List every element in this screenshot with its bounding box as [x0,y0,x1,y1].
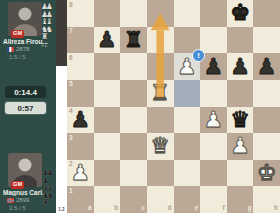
square-e2[interactable] [174,160,201,187]
square-d5[interactable]: ♜ [147,80,174,107]
file-label-c: c [141,205,145,212]
square-c4[interactable] [120,107,147,134]
square-f2[interactable] [200,160,227,187]
chess-board: 8♚7♟♜6♟♟♟♟5♜4♟♟♛3♛♟2♟♚1abcdefgh [67,0,280,213]
square-g5[interactable] [227,80,254,107]
square-d1[interactable]: d [147,186,174,213]
square-f8[interactable] [200,0,227,27]
square-f1[interactable]: f [200,186,227,213]
black-pawn[interactable]: ♟ [230,56,250,78]
white-pawn[interactable]: ♟ [70,162,90,184]
square-h5[interactable] [253,80,280,107]
square-b4[interactable] [94,107,121,134]
black-rook[interactable]: ♜ [124,29,144,51]
rank-label-8: 8 [69,2,73,9]
square-a5[interactable]: 5 [67,80,94,107]
square-c3[interactable] [120,133,147,160]
square-g6[interactable]: ♟ [227,53,254,80]
square-h2[interactable]: ♚ [253,160,280,187]
white-rook[interactable]: ♜ [150,82,170,104]
chess-app: GM Alireza Firou... 2878 1.5 / 5 ♟♟♟♟♝♝♞… [0,0,280,213]
square-g2[interactable] [227,160,254,187]
bottom-player-clock: 0:57 [5,102,46,114]
top-player-rating: 2878 [16,46,29,52]
file-label-h: h [274,205,278,212]
square-b5[interactable] [94,80,121,107]
white-pawn[interactable]: ♟ [204,109,224,131]
square-a1[interactable]: 1a [67,186,94,213]
material-advantage: +1 [41,42,56,48]
square-c5[interactable] [120,80,147,107]
square-h3[interactable] [253,133,280,160]
players-sidebar: GM Alireza Firou... 2878 1.5 / 5 ♟♟♟♟♝♝♞… [0,0,56,213]
square-e7[interactable] [174,27,201,54]
square-b7[interactable]: ♟ [94,27,121,54]
square-d2[interactable] [147,160,174,187]
square-b1[interactable]: b [94,186,121,213]
square-h6[interactable]: ♟ [253,53,280,80]
square-d6[interactable] [147,53,174,80]
square-f5[interactable] [200,80,227,107]
square-c1[interactable]: c [120,186,147,213]
top-player-match-score: 1.5 / 5 [9,54,26,60]
square-d8[interactable] [147,0,174,27]
black-king[interactable]: ♚ [230,2,250,24]
file-label-b: b [114,205,118,212]
rank-label-5: 5 [69,81,73,88]
black-pawn[interactable]: ♟ [70,109,90,131]
square-c6[interactable] [120,53,147,80]
square-h8[interactable] [253,0,280,27]
square-d3[interactable]: ♛ [147,133,174,160]
square-h1[interactable]: h [253,186,280,213]
file-label-d: d [168,205,172,212]
square-f6[interactable]: ♟ [200,53,227,80]
norway-flag-icon [7,198,14,203]
top-player-title-badge: GM [11,30,24,38]
square-e5[interactable] [174,80,201,107]
top-player-clock: 0:14.4 [5,86,46,98]
rank-label-6: 6 [69,55,73,62]
square-b8[interactable] [94,0,121,27]
black-pawn[interactable]: ♟ [257,56,277,78]
square-a2[interactable]: 2♟ [67,160,94,187]
captured-black-piece: ♜ [42,199,49,207]
top-player-captured-pieces: ♟♟♟♟♝♝♞♞♜+1 [41,3,56,48]
white-king[interactable]: ♚ [257,162,277,184]
square-a6[interactable]: 6 [67,53,94,80]
square-e4[interactable] [174,107,201,134]
square-g1[interactable]: g [227,186,254,213]
white-pawn[interactable]: ♟ [230,135,250,157]
square-a7[interactable]: 7 [67,27,94,54]
evaluation-bar-black-section [56,0,67,66]
bottom-player-title-badge: GM [11,181,24,189]
file-label-e: e [195,205,199,212]
square-g8[interactable]: ♚ [227,0,254,27]
square-h7[interactable] [253,27,280,54]
bottom-player-match-score: 3.5 / 5 [9,205,26,211]
square-g4[interactable]: ♛ [227,107,254,134]
black-pawn[interactable]: ♟ [204,56,224,78]
square-b6[interactable] [94,53,121,80]
captured-white-piece: ♜ [41,33,48,41]
square-f3[interactable] [200,133,227,160]
file-label-a: a [88,205,92,212]
white-queen[interactable]: ♛ [150,135,170,157]
square-c2[interactable] [120,160,147,187]
bottom-player-rating: 2899 [16,197,29,203]
square-e1[interactable]: e [174,186,201,213]
board-area: 8♚7♟♜6♟♟♟♟5♜4♟♟♛3♛♟2♟♚1abcdefgh ! [67,0,280,213]
rank-label-3: 3 [69,135,73,142]
square-g7[interactable] [227,27,254,54]
square-e3[interactable] [174,133,201,160]
black-queen[interactable]: ♛ [230,109,250,131]
square-b3[interactable] [94,133,121,160]
square-g3[interactable]: ♟ [227,133,254,160]
square-f4[interactable]: ♟ [200,107,227,134]
rank-label-7: 7 [69,28,73,35]
top-player-rating-row: 2878 [7,46,29,52]
square-a8[interactable]: 8 [67,0,94,27]
square-c8[interactable] [120,0,147,27]
evaluation-value: 1.2 [56,207,67,212]
rank-label-1: 1 [69,188,73,195]
france-flag-icon [7,47,14,52]
bottom-player-rating-row: 2899 [7,197,29,203]
square-h4[interactable] [253,107,280,134]
square-d4[interactable] [147,107,174,134]
square-d7[interactable] [147,27,174,54]
file-label-f: f [223,205,225,212]
square-f7[interactable] [200,27,227,54]
black-pawn[interactable]: ♟ [97,29,117,51]
square-e8[interactable] [174,0,201,27]
file-label-g: g [247,205,251,212]
square-b2[interactable] [94,160,121,187]
bottom-player-captured-pieces: ♟♟♟♝♝♞♞♜ [42,169,57,207]
square-c7[interactable]: ♜ [120,27,147,54]
square-a4[interactable]: 4♟ [67,107,94,134]
evaluation-bar: 1.2 [56,0,67,213]
square-a3[interactable]: 3 [67,133,94,160]
